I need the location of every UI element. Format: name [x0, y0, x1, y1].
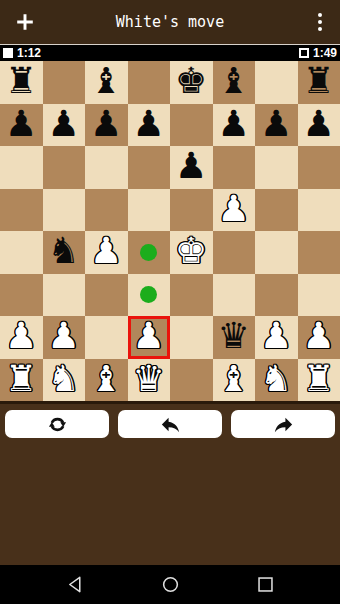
square-a4[interactable]: [0, 231, 43, 274]
square-e5[interactable]: [170, 189, 213, 232]
piece-white-pawn[interactable]: ♟: [260, 318, 292, 354]
redo-button[interactable]: [231, 410, 335, 438]
home-circle-icon: [161, 575, 180, 594]
android-nav-bar: [0, 565, 340, 604]
chess-board: ♜♝♚♝♜♟♟♟♟♟♟♟♟♟♞♟♚♟♟♟♛♟♟♜♞♝♛♝♞♜: [0, 61, 340, 401]
piece-black-rook[interactable]: ♜: [5, 63, 37, 99]
square-f4[interactable]: [213, 231, 256, 274]
square-a1[interactable]: ♜: [0, 359, 43, 402]
piece-black-knight[interactable]: ♞: [48, 233, 80, 269]
square-f1[interactable]: ♝: [213, 359, 256, 402]
home-button[interactable]: [161, 575, 180, 594]
piece-black-pawn[interactable]: ♟: [5, 106, 37, 142]
square-d3[interactable]: [128, 274, 171, 317]
square-g6[interactable]: [255, 146, 298, 189]
piece-black-pawn[interactable]: ♟: [175, 148, 207, 184]
piece-white-queen[interactable]: ♛: [133, 361, 165, 397]
square-f7[interactable]: ♟: [213, 104, 256, 147]
square-a2[interactable]: ♟: [0, 316, 43, 359]
piece-white-rook[interactable]: ♜: [303, 361, 335, 397]
square-h1[interactable]: ♜: [298, 359, 340, 402]
square-a3[interactable]: [0, 274, 43, 317]
piece-black-bishop[interactable]: ♝: [218, 63, 250, 99]
recents-square-icon: [256, 575, 275, 594]
piece-white-pawn[interactable]: ♟: [303, 318, 335, 354]
square-c3[interactable]: [85, 274, 128, 317]
back-button[interactable]: [66, 575, 85, 594]
white-clock-checkbox-icon[interactable]: [3, 48, 13, 58]
white-clock: 1:12: [3, 47, 41, 59]
back-triangle-icon: [66, 575, 85, 594]
square-g3[interactable]: [255, 274, 298, 317]
kebab-menu-icon: [310, 11, 330, 33]
piece-black-pawn[interactable]: ♟: [260, 106, 292, 142]
square-e3[interactable]: [170, 274, 213, 317]
square-e7[interactable]: [170, 104, 213, 147]
piece-black-pawn[interactable]: ♟: [90, 106, 122, 142]
square-g4[interactable]: [255, 231, 298, 274]
clock-bar: 1:12 1:49: [0, 45, 340, 61]
square-h2[interactable]: ♟: [298, 316, 340, 359]
square-f2[interactable]: ♛: [213, 316, 256, 359]
square-f6[interactable]: [213, 146, 256, 189]
app-header: White's move: [0, 0, 340, 44]
black-clock-checkbox-icon[interactable]: [299, 48, 309, 58]
piece-white-bishop[interactable]: ♝: [218, 361, 250, 397]
square-h8[interactable]: ♜: [298, 61, 340, 104]
square-d8[interactable]: [128, 61, 171, 104]
square-d7[interactable]: ♟: [128, 104, 171, 147]
square-h7[interactable]: ♟: [298, 104, 340, 147]
overflow-menu-button[interactable]: [306, 0, 334, 44]
plus-icon: [14, 11, 36, 33]
square-c2[interactable]: [85, 316, 128, 359]
square-d2[interactable]: ♟: [128, 316, 171, 359]
piece-white-rook[interactable]: ♜: [5, 361, 37, 397]
square-b7[interactable]: ♟: [43, 104, 86, 147]
piece-black-queen[interactable]: ♛: [218, 318, 250, 354]
piece-black-pawn[interactable]: ♟: [218, 106, 250, 142]
recents-button[interactable]: [256, 575, 275, 594]
sync-icon: [47, 414, 68, 435]
square-e4[interactable]: ♚: [170, 231, 213, 274]
piece-black-rook[interactable]: ♜: [303, 63, 335, 99]
square-h6[interactable]: [298, 146, 340, 189]
square-c6[interactable]: [85, 146, 128, 189]
square-b6[interactable]: [43, 146, 86, 189]
square-g1[interactable]: ♞: [255, 359, 298, 402]
piece-white-knight[interactable]: ♞: [48, 361, 80, 397]
piece-black-pawn[interactable]: ♟: [303, 106, 335, 142]
move-hint-dot[interactable]: [140, 244, 157, 261]
square-e6[interactable]: ♟: [170, 146, 213, 189]
square-e8[interactable]: ♚: [170, 61, 213, 104]
square-c1[interactable]: ♝: [85, 359, 128, 402]
piece-white-knight[interactable]: ♞: [260, 361, 292, 397]
square-h5[interactable]: [298, 189, 340, 232]
sync-button[interactable]: [5, 410, 109, 438]
piece-black-king[interactable]: ♚: [175, 63, 207, 99]
piece-black-pawn[interactable]: ♟: [133, 106, 165, 142]
square-f8[interactable]: ♝: [213, 61, 256, 104]
move-hint-dot[interactable]: [140, 286, 157, 303]
piece-white-pawn[interactable]: ♟: [48, 318, 80, 354]
undo-button[interactable]: [118, 410, 222, 438]
square-b4[interactable]: ♞: [43, 231, 86, 274]
square-g2[interactable]: ♟: [255, 316, 298, 359]
black-clock: 1:49: [299, 47, 337, 59]
chess-app-screen: White's move 1:12 1:49 ♜♝♚♝♜♟♟♟♟♟♟♟♟♟♞♟♚…: [0, 0, 340, 604]
square-g8[interactable]: [255, 61, 298, 104]
square-b3[interactable]: [43, 274, 86, 317]
piece-white-king[interactable]: ♚: [175, 233, 207, 269]
square-f5[interactable]: ♟: [213, 189, 256, 232]
square-c8[interactable]: ♝: [85, 61, 128, 104]
square-b1[interactable]: ♞: [43, 359, 86, 402]
square-g7[interactable]: ♟: [255, 104, 298, 147]
square-e2[interactable]: [170, 316, 213, 359]
square-b2[interactable]: ♟: [43, 316, 86, 359]
square-d4[interactable]: [128, 231, 171, 274]
piece-black-bishop[interactable]: ♝: [90, 63, 122, 99]
new-game-button[interactable]: [8, 0, 42, 44]
square-h3[interactable]: [298, 274, 340, 317]
piece-white-pawn[interactable]: ♟: [5, 318, 37, 354]
square-f3[interactable]: [213, 274, 256, 317]
square-e1[interactable]: [170, 359, 213, 402]
piece-white-pawn[interactable]: ♟: [90, 233, 122, 269]
square-a7[interactable]: ♟: [0, 104, 43, 147]
square-d6[interactable]: [128, 146, 171, 189]
square-c7[interactable]: ♟: [85, 104, 128, 147]
square-c5[interactable]: [85, 189, 128, 232]
square-h4[interactable]: [298, 231, 340, 274]
piece-white-bishop[interactable]: ♝: [90, 361, 122, 397]
undo-arrow-icon: [159, 413, 182, 436]
square-g5[interactable]: [255, 189, 298, 232]
piece-white-pawn[interactable]: ♟: [218, 191, 250, 227]
square-d5[interactable]: [128, 189, 171, 232]
square-b8[interactable]: [43, 61, 86, 104]
square-a8[interactable]: ♜: [0, 61, 43, 104]
white-clock-time: 1:12: [17, 47, 41, 59]
square-a6[interactable]: [0, 146, 43, 189]
control-button-row: [0, 404, 340, 438]
square-d1[interactable]: ♛: [128, 359, 171, 402]
black-clock-time: 1:49: [313, 47, 337, 59]
lower-panel: [0, 404, 340, 565]
square-b5[interactable]: [43, 189, 86, 232]
redo-arrow-icon: [272, 413, 295, 436]
piece-white-pawn[interactable]: ♟: [133, 318, 165, 354]
page-title: White's move: [0, 13, 340, 31]
piece-black-pawn[interactable]: ♟: [48, 106, 80, 142]
square-c4[interactable]: ♟: [85, 231, 128, 274]
square-a5[interactable]: [0, 189, 43, 232]
